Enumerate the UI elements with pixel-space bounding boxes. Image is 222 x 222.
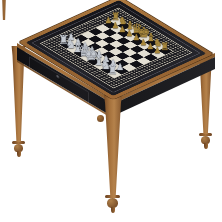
table-top bbox=[17, 0, 215, 100]
table-leg-back bbox=[0, 0, 8, 20]
chessboard-grid bbox=[60, 18, 173, 78]
leg-right-foot bbox=[201, 136, 210, 144]
chess-table-product-photo: ♜♞♝♛♚♝♞♜♟♟♟♟♟♟♟♟♟♟♟♟♟♟♟♟♜♞♝♛♚♝♞♜ bbox=[0, 0, 222, 222]
leg-front-foot bbox=[107, 198, 118, 208]
table-leg-back-foot bbox=[97, 115, 104, 122]
leg-left-foot bbox=[14, 144, 23, 152]
